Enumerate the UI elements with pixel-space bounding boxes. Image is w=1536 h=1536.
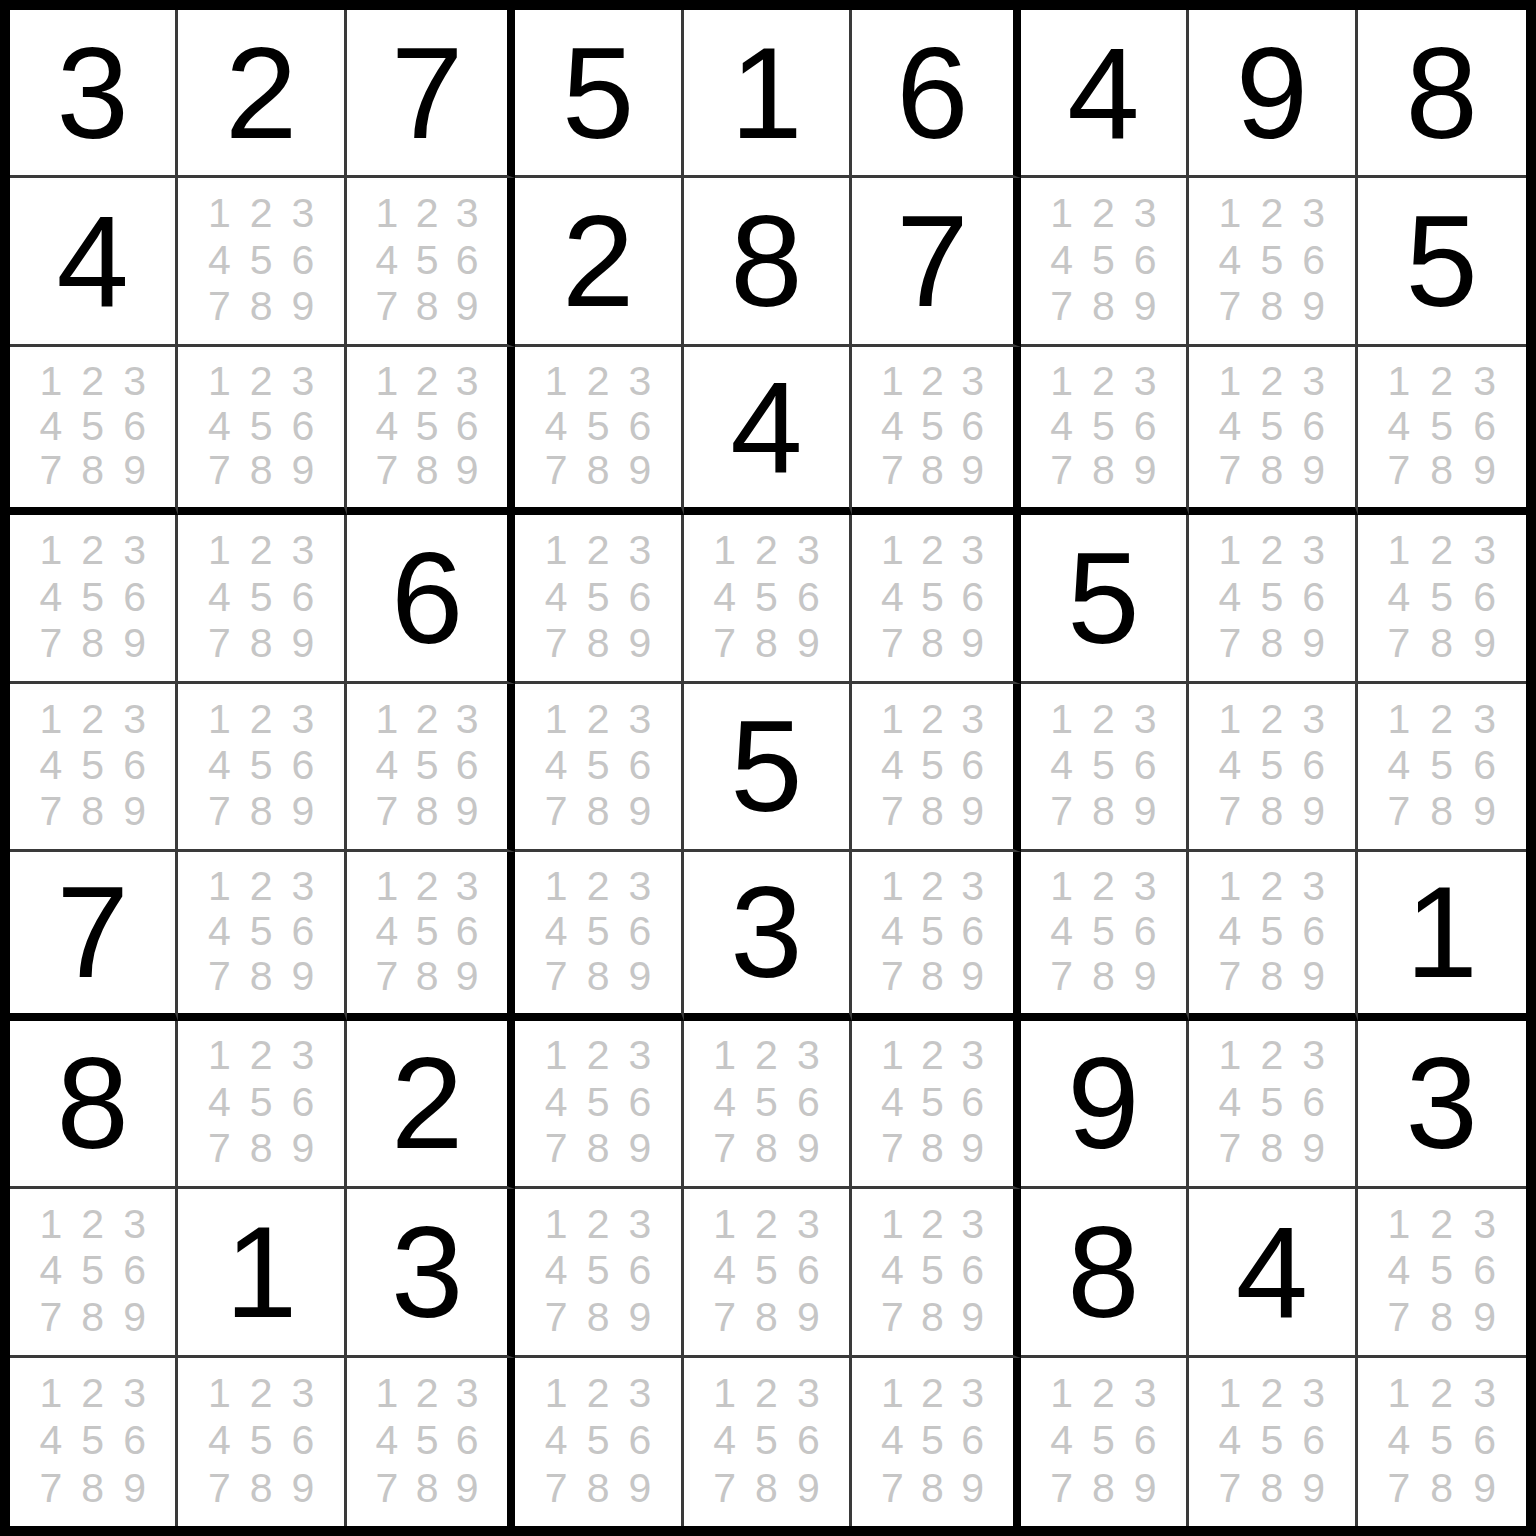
given-digit: 4 <box>1067 28 1139 158</box>
pencil-mark-4: 4 <box>1041 742 1083 788</box>
pencil-mark-9: 9 <box>619 1465 661 1512</box>
pencil-mark-8: 8 <box>1420 1465 1463 1512</box>
cell-r7c4[interactable]: 123456789 <box>515 1021 683 1189</box>
cell-r4c5[interactable]: 123456789 <box>684 515 852 683</box>
pencil-mark-9: 9 <box>1293 1465 1335 1512</box>
cell-r3c5[interactable]: 4 <box>684 347 852 515</box>
pencil-mark-2: 2 <box>1251 527 1293 573</box>
pencil-mark-7: 7 <box>1041 449 1083 494</box>
cell-r1c6[interactable]: 6 <box>852 10 1020 178</box>
pencil-mark-1: 1 <box>1041 696 1083 742</box>
pencil-mark-7: 7 <box>198 1465 240 1512</box>
cell-r6c1[interactable]: 7 <box>10 852 178 1020</box>
given-digit: 6 <box>391 533 463 663</box>
pencil-mark-4: 4 <box>704 1248 746 1294</box>
pencil-mark-3: 3 <box>282 864 324 909</box>
cell-r5c1[interactable]: 123456789 <box>10 684 178 852</box>
pencil-mark-6: 6 <box>114 404 156 449</box>
pencil-mark-8: 8 <box>912 1126 952 1172</box>
cell-r8c2[interactable]: 1 <box>178 1189 346 1357</box>
pencil-mark-8: 8 <box>577 789 619 835</box>
given-digit: 1 <box>225 1207 297 1337</box>
pencil-mark-2: 2 <box>746 1033 788 1079</box>
pencil-mark-3: 3 <box>1293 1033 1335 1079</box>
pencil-mark-2: 2 <box>912 527 952 573</box>
pencil-mark-8: 8 <box>577 1465 619 1512</box>
cell-r2c3[interactable]: 123456789 <box>347 178 515 346</box>
pencil-mark-7: 7 <box>1209 620 1251 666</box>
pencil-mark-2: 2 <box>912 1370 952 1417</box>
pencil-mark-4: 4 <box>704 1417 746 1464</box>
pencil-mark-4: 4 <box>704 574 746 620</box>
pencil-mark-7: 7 <box>704 620 746 666</box>
cell-r8c1[interactable]: 123456789 <box>10 1189 178 1357</box>
pencil-mark-7: 7 <box>30 449 72 494</box>
pencil-mark-5: 5 <box>746 1079 788 1125</box>
pencil-mark-5: 5 <box>240 1079 282 1125</box>
cell-r5c7[interactable]: 123456789 <box>1021 684 1189 852</box>
cell-r8c6[interactable]: 123456789 <box>852 1189 1020 1357</box>
given-digit: 5 <box>1406 196 1478 326</box>
cell-r3c8[interactable]: 123456789 <box>1189 347 1357 515</box>
pencil-mark-9: 9 <box>282 449 324 494</box>
cell-r9c7[interactable]: 123456789 <box>1021 1358 1189 1526</box>
pencil-mark-5: 5 <box>407 742 447 788</box>
cell-r5c4[interactable]: 123456789 <box>515 684 683 852</box>
pencil-mark-9: 9 <box>1463 789 1506 835</box>
cell-r3c1[interactable]: 123456789 <box>10 347 178 515</box>
pencil-mark-7: 7 <box>1041 1465 1083 1512</box>
pencil-marks: 123456789 <box>10 347 175 507</box>
pencil-mark-9: 9 <box>1293 1126 1335 1172</box>
pencil-mark-6: 6 <box>1463 404 1506 449</box>
pencil-mark-9: 9 <box>447 1465 487 1512</box>
pencil-mark-4: 4 <box>198 1079 240 1125</box>
pencil-mark-6: 6 <box>447 237 487 283</box>
pencil-marks: 123456789 <box>515 515 680 680</box>
pencil-mark-2: 2 <box>407 190 447 236</box>
cell-r7c3[interactable]: 2 <box>347 1021 515 1189</box>
pencil-mark-9: 9 <box>114 449 156 494</box>
given-digit: 9 <box>1067 1038 1139 1168</box>
cell-r5c8[interactable]: 123456789 <box>1189 684 1357 852</box>
given-digit: 9 <box>1236 28 1308 158</box>
pencil-mark-1: 1 <box>30 527 72 573</box>
pencil-mark-6: 6 <box>787 1248 829 1294</box>
pencil-marks: 123456789 <box>1358 684 1526 849</box>
pencil-mark-9: 9 <box>447 954 487 999</box>
given-digit: 5 <box>730 701 802 831</box>
pencil-mark-2: 2 <box>577 1033 619 1079</box>
cell-r1c3[interactable]: 7 <box>347 10 515 178</box>
pencil-mark-5: 5 <box>1420 574 1463 620</box>
cell-r9c9[interactable]: 123456789 <box>1358 1358 1526 1526</box>
pencil-marks: 123456789 <box>684 1358 849 1526</box>
pencil-mark-3: 3 <box>447 696 487 742</box>
pencil-mark-9: 9 <box>1293 789 1335 835</box>
pencil-mark-4: 4 <box>535 574 577 620</box>
pencil-mark-3: 3 <box>1293 527 1335 573</box>
pencil-mark-4: 4 <box>535 909 577 954</box>
pencil-mark-1: 1 <box>872 359 912 404</box>
pencil-marks: 123456789 <box>684 1189 849 1354</box>
pencil-mark-2: 2 <box>1251 359 1293 404</box>
cell-r8c8[interactable]: 4 <box>1189 1189 1357 1357</box>
cell-r9c3[interactable]: 123456789 <box>347 1358 515 1526</box>
cell-r6c7[interactable]: 123456789 <box>1021 852 1189 1020</box>
given-digit: 5 <box>1067 533 1139 663</box>
cell-r1c7[interactable]: 4 <box>1021 10 1189 178</box>
pencil-mark-2: 2 <box>577 359 619 404</box>
pencil-mark-4: 4 <box>30 1417 72 1464</box>
pencil-mark-5: 5 <box>577 404 619 449</box>
cell-r1c9[interactable]: 8 <box>1358 10 1526 178</box>
pencil-mark-8: 8 <box>912 1465 952 1512</box>
pencil-mark-9: 9 <box>953 789 993 835</box>
pencil-mark-5: 5 <box>240 237 282 283</box>
cell-r2c6[interactable]: 7 <box>852 178 1020 346</box>
pencil-mark-8: 8 <box>1251 620 1293 666</box>
pencil-mark-3: 3 <box>787 1370 829 1417</box>
pencil-marks: 123456789 <box>1021 852 1186 1012</box>
cell-r2c7[interactable]: 123456789 <box>1021 178 1189 346</box>
cell-r4c7[interactable]: 5 <box>1021 515 1189 683</box>
pencil-mark-6: 6 <box>1124 404 1166 449</box>
pencil-mark-6: 6 <box>114 574 156 620</box>
cell-r6c6[interactable]: 123456789 <box>852 852 1020 1020</box>
pencil-mark-9: 9 <box>953 1294 993 1340</box>
pencil-mark-3: 3 <box>787 527 829 573</box>
pencil-mark-5: 5 <box>577 574 619 620</box>
cell-r4c1[interactable]: 123456789 <box>10 515 178 683</box>
pencil-mark-5: 5 <box>72 574 114 620</box>
cell-r3c9[interactable]: 123456789 <box>1358 347 1526 515</box>
pencil-mark-7: 7 <box>872 449 912 494</box>
cell-r8c3[interactable]: 3 <box>347 1189 515 1357</box>
cell-r7c8[interactable]: 123456789 <box>1189 1021 1357 1189</box>
cell-r1c4[interactable]: 5 <box>515 10 683 178</box>
pencil-mark-8: 8 <box>1251 283 1293 329</box>
pencil-mark-4: 4 <box>872 404 912 449</box>
pencil-mark-4: 4 <box>872 742 912 788</box>
pencil-mark-2: 2 <box>240 190 282 236</box>
pencil-mark-8: 8 <box>240 954 282 999</box>
cell-r5c9[interactable]: 123456789 <box>1358 684 1526 852</box>
pencil-mark-5: 5 <box>577 909 619 954</box>
pencil-mark-3: 3 <box>619 359 661 404</box>
cell-r4c6[interactable]: 123456789 <box>852 515 1020 683</box>
given-digit: 3 <box>57 28 129 158</box>
pencil-mark-1: 1 <box>198 190 240 236</box>
pencil-marks: 123456789 <box>1189 178 1354 343</box>
pencil-mark-1: 1 <box>535 1201 577 1247</box>
pencil-mark-4: 4 <box>367 909 407 954</box>
cell-r2c4[interactable]: 2 <box>515 178 683 346</box>
pencil-mark-1: 1 <box>1209 864 1251 909</box>
pencil-mark-2: 2 <box>577 1201 619 1247</box>
pencil-mark-7: 7 <box>1041 789 1083 835</box>
pencil-marks: 123456789 <box>178 1021 343 1186</box>
cell-r3c6[interactable]: 123456789 <box>852 347 1020 515</box>
pencil-mark-3: 3 <box>447 359 487 404</box>
pencil-mark-2: 2 <box>577 1370 619 1417</box>
cell-r8c7[interactable]: 8 <box>1021 1189 1189 1357</box>
pencil-mark-6: 6 <box>114 1248 156 1294</box>
pencil-mark-9: 9 <box>619 1126 661 1172</box>
pencil-mark-4: 4 <box>535 1248 577 1294</box>
cell-r4c2[interactable]: 123456789 <box>178 515 346 683</box>
pencil-mark-1: 1 <box>367 190 407 236</box>
cell-r5c3[interactable]: 123456789 <box>347 684 515 852</box>
pencil-mark-7: 7 <box>198 789 240 835</box>
pencil-mark-3: 3 <box>619 1370 661 1417</box>
pencil-mark-6: 6 <box>1293 909 1335 954</box>
cell-r7c9[interactable]: 3 <box>1358 1021 1526 1189</box>
pencil-mark-7: 7 <box>1041 954 1083 999</box>
cell-r1c5[interactable]: 1 <box>684 10 852 178</box>
pencil-mark-3: 3 <box>953 359 993 404</box>
cell-r7c2[interactable]: 123456789 <box>178 1021 346 1189</box>
cell-r6c5[interactable]: 3 <box>684 852 852 1020</box>
pencil-mark-9: 9 <box>953 1126 993 1172</box>
cell-r3c3[interactable]: 123456789 <box>347 347 515 515</box>
pencil-marks: 123456789 <box>1358 1358 1526 1526</box>
pencil-mark-3: 3 <box>1293 359 1335 404</box>
pencil-marks: 123456789 <box>1189 347 1354 507</box>
cell-r6c9[interactable]: 1 <box>1358 852 1526 1020</box>
pencil-mark-1: 1 <box>704 1370 746 1417</box>
pencil-mark-4: 4 <box>535 742 577 788</box>
pencil-mark-4: 4 <box>1209 1079 1251 1125</box>
pencil-mark-3: 3 <box>953 1201 993 1247</box>
pencil-mark-5: 5 <box>240 742 282 788</box>
pencil-mark-6: 6 <box>619 1248 661 1294</box>
pencil-mark-8: 8 <box>577 954 619 999</box>
pencil-mark-7: 7 <box>198 449 240 494</box>
pencil-mark-2: 2 <box>1251 190 1293 236</box>
pencil-mark-5: 5 <box>1251 1079 1293 1125</box>
given-digit: 1 <box>1406 867 1478 997</box>
pencil-mark-2: 2 <box>72 527 114 573</box>
pencil-mark-5: 5 <box>577 742 619 788</box>
pencil-mark-8: 8 <box>240 283 282 329</box>
pencil-mark-3: 3 <box>1124 1370 1166 1417</box>
pencil-mark-5: 5 <box>1420 1417 1463 1464</box>
pencil-mark-5: 5 <box>746 1417 788 1464</box>
pencil-mark-8: 8 <box>1420 449 1463 494</box>
pencil-mark-8: 8 <box>72 620 114 666</box>
pencil-mark-1: 1 <box>30 1370 72 1417</box>
pencil-mark-7: 7 <box>535 1294 577 1340</box>
pencil-mark-8: 8 <box>577 449 619 494</box>
pencil-mark-1: 1 <box>872 696 912 742</box>
pencil-mark-6: 6 <box>619 909 661 954</box>
pencil-mark-6: 6 <box>953 909 993 954</box>
cell-r2c5[interactable]: 8 <box>684 178 852 346</box>
cell-r2c2[interactable]: 123456789 <box>178 178 346 346</box>
pencil-marks: 123456789 <box>1358 347 1526 507</box>
cell-r2c1[interactable]: 4 <box>10 178 178 346</box>
given-digit: 3 <box>1406 1038 1478 1168</box>
pencil-mark-1: 1 <box>1041 1370 1083 1417</box>
pencil-marks: 123456789 <box>684 1021 849 1186</box>
pencil-mark-5: 5 <box>912 404 952 449</box>
pencil-mark-1: 1 <box>535 1033 577 1079</box>
pencil-mark-3: 3 <box>1124 696 1166 742</box>
pencil-mark-3: 3 <box>619 1201 661 1247</box>
cell-r1c1[interactable]: 3 <box>10 10 178 178</box>
pencil-marks: 123456789 <box>10 684 175 849</box>
cell-r6c8[interactable]: 123456789 <box>1189 852 1357 1020</box>
pencil-mark-9: 9 <box>953 620 993 666</box>
cell-r6c2[interactable]: 123456789 <box>178 852 346 1020</box>
pencil-mark-9: 9 <box>953 1465 993 1512</box>
pencil-mark-3: 3 <box>619 864 661 909</box>
pencil-mark-1: 1 <box>1041 359 1083 404</box>
pencil-mark-7: 7 <box>872 1465 912 1512</box>
pencil-mark-2: 2 <box>1420 696 1463 742</box>
cell-r7c7[interactable]: 9 <box>1021 1021 1189 1189</box>
pencil-mark-4: 4 <box>535 1079 577 1125</box>
pencil-mark-8: 8 <box>240 789 282 835</box>
pencil-mark-4: 4 <box>367 237 407 283</box>
cell-r9c4[interactable]: 123456789 <box>515 1358 683 1526</box>
pencil-mark-9: 9 <box>1293 620 1335 666</box>
cell-r9c5[interactable]: 123456789 <box>684 1358 852 1526</box>
given-digit: 8 <box>1406 28 1478 158</box>
pencil-mark-4: 4 <box>198 404 240 449</box>
pencil-mark-7: 7 <box>367 954 407 999</box>
pencil-mark-2: 2 <box>240 696 282 742</box>
pencil-mark-6: 6 <box>619 404 661 449</box>
pencil-mark-4: 4 <box>198 1417 240 1464</box>
pencil-mark-1: 1 <box>30 696 72 742</box>
pencil-mark-3: 3 <box>282 190 324 236</box>
pencil-mark-4: 4 <box>1378 574 1421 620</box>
pencil-mark-9: 9 <box>282 1126 324 1172</box>
cell-r4c3[interactable]: 6 <box>347 515 515 683</box>
cell-r2c8[interactable]: 123456789 <box>1189 178 1357 346</box>
pencil-mark-2: 2 <box>1420 1370 1463 1417</box>
sudoku-board: 3275164984123456789123456789287123456789… <box>0 0 1536 1536</box>
pencil-marks: 123456789 <box>1189 1358 1354 1526</box>
cell-r9c6[interactable]: 123456789 <box>852 1358 1020 1526</box>
pencil-mark-2: 2 <box>912 864 952 909</box>
pencil-mark-4: 4 <box>872 909 912 954</box>
pencil-marks: 123456789 <box>515 684 680 849</box>
pencil-mark-3: 3 <box>1124 190 1166 236</box>
cell-r3c7[interactable]: 123456789 <box>1021 347 1189 515</box>
pencil-mark-6: 6 <box>282 237 324 283</box>
given-digit: 5 <box>562 28 634 158</box>
pencil-mark-2: 2 <box>407 1370 447 1417</box>
cell-r1c2[interactable]: 2 <box>178 10 346 178</box>
pencil-mark-3: 3 <box>619 1033 661 1079</box>
pencil-mark-8: 8 <box>1251 449 1293 494</box>
pencil-mark-6: 6 <box>447 909 487 954</box>
pencil-mark-8: 8 <box>746 1465 788 1512</box>
pencil-mark-3: 3 <box>282 527 324 573</box>
pencil-mark-5: 5 <box>912 909 952 954</box>
pencil-mark-4: 4 <box>1378 1248 1421 1294</box>
cell-r6c4[interactable]: 123456789 <box>515 852 683 1020</box>
pencil-mark-2: 2 <box>912 1201 952 1247</box>
pencil-mark-2: 2 <box>1420 527 1463 573</box>
cell-r4c4[interactable]: 123456789 <box>515 515 683 683</box>
cell-r8c9[interactable]: 123456789 <box>1358 1189 1526 1357</box>
pencil-marks: 123456789 <box>852 1021 1012 1186</box>
pencil-mark-6: 6 <box>447 1417 487 1464</box>
pencil-mark-3: 3 <box>1463 696 1506 742</box>
pencil-mark-4: 4 <box>1041 1417 1083 1464</box>
pencil-mark-4: 4 <box>872 574 912 620</box>
cell-r5c5[interactable]: 5 <box>684 684 852 852</box>
pencil-mark-5: 5 <box>240 574 282 620</box>
given-digit: 7 <box>57 867 129 997</box>
given-digit: 2 <box>391 1038 463 1168</box>
pencil-marks: 123456789 <box>515 1189 680 1354</box>
pencil-mark-6: 6 <box>953 742 993 788</box>
pencil-marks: 123456789 <box>515 1358 680 1526</box>
given-digit: 8 <box>1067 1207 1139 1337</box>
cell-r9c1[interactable]: 123456789 <box>10 1358 178 1526</box>
cell-r4c9[interactable]: 123456789 <box>1358 515 1526 683</box>
pencil-mark-9: 9 <box>619 449 661 494</box>
pencil-mark-9: 9 <box>953 449 993 494</box>
cell-r5c2[interactable]: 123456789 <box>178 684 346 852</box>
pencil-mark-4: 4 <box>198 237 240 283</box>
cell-r2c9[interactable]: 5 <box>1358 178 1526 346</box>
cell-r8c4[interactable]: 123456789 <box>515 1189 683 1357</box>
cell-r7c6[interactable]: 123456789 <box>852 1021 1020 1189</box>
cell-r7c5[interactable]: 123456789 <box>684 1021 852 1189</box>
pencil-marks: 123456789 <box>178 1358 343 1526</box>
pencil-mark-5: 5 <box>1251 1417 1293 1464</box>
pencil-mark-8: 8 <box>577 620 619 666</box>
pencil-mark-4: 4 <box>1041 909 1083 954</box>
pencil-mark-2: 2 <box>240 527 282 573</box>
pencil-mark-7: 7 <box>1378 1465 1421 1512</box>
cell-r9c2[interactable]: 123456789 <box>178 1358 346 1526</box>
cell-r7c1[interactable]: 8 <box>10 1021 178 1189</box>
cell-r9c8[interactable]: 123456789 <box>1189 1358 1357 1526</box>
pencil-mark-8: 8 <box>240 449 282 494</box>
cell-r3c2[interactable]: 123456789 <box>178 347 346 515</box>
pencil-mark-8: 8 <box>72 1465 114 1512</box>
pencil-mark-7: 7 <box>872 620 912 666</box>
given-digit: 4 <box>730 362 802 492</box>
pencil-mark-8: 8 <box>72 449 114 494</box>
pencil-mark-8: 8 <box>912 1294 952 1340</box>
pencil-mark-8: 8 <box>1251 789 1293 835</box>
cell-r8c5[interactable]: 123456789 <box>684 1189 852 1357</box>
pencil-mark-8: 8 <box>577 1126 619 1172</box>
pencil-mark-7: 7 <box>535 449 577 494</box>
cell-r6c3[interactable]: 123456789 <box>347 852 515 1020</box>
cell-r4c8[interactable]: 123456789 <box>1189 515 1357 683</box>
pencil-mark-7: 7 <box>535 620 577 666</box>
pencil-mark-1: 1 <box>1209 190 1251 236</box>
cell-r5c6[interactable]: 123456789 <box>852 684 1020 852</box>
given-digit: 7 <box>896 196 968 326</box>
pencil-mark-7: 7 <box>872 789 912 835</box>
pencil-mark-6: 6 <box>282 574 324 620</box>
pencil-mark-6: 6 <box>447 404 487 449</box>
cell-r1c8[interactable]: 9 <box>1189 10 1357 178</box>
pencil-mark-1: 1 <box>704 527 746 573</box>
cell-r3c4[interactable]: 123456789 <box>515 347 683 515</box>
pencil-mark-1: 1 <box>535 359 577 404</box>
